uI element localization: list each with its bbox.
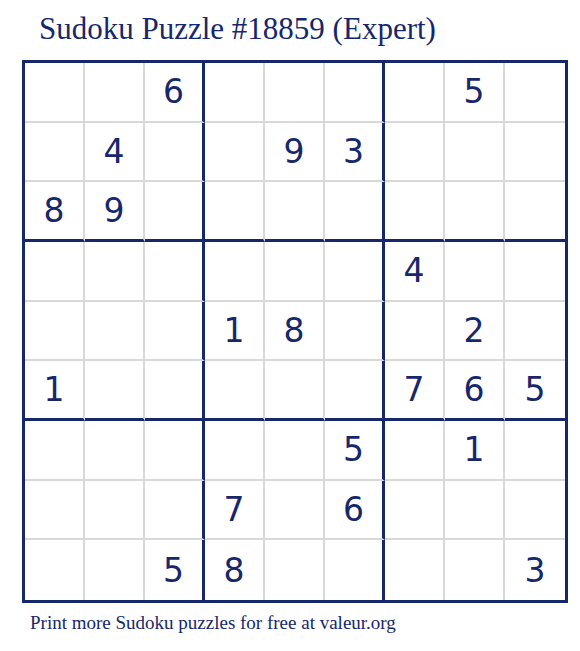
cell-r4c6[interactable] bbox=[325, 242, 385, 302]
cell-r7c5[interactable] bbox=[265, 421, 325, 481]
cell-r5c4[interactable]: 1 bbox=[205, 302, 265, 362]
cell-r5c5[interactable]: 8 bbox=[265, 302, 325, 362]
cell-r3c2[interactable]: 9 bbox=[85, 182, 145, 242]
cell-r2c3[interactable] bbox=[145, 123, 205, 183]
cell-r2c7[interactable] bbox=[385, 123, 445, 183]
cell-r6c9[interactable]: 5 bbox=[505, 361, 565, 421]
cell-r7c4[interactable] bbox=[205, 421, 265, 481]
cell-r6c5[interactable] bbox=[265, 361, 325, 421]
cell-r8c2[interactable] bbox=[85, 481, 145, 541]
cell-r7c7[interactable] bbox=[385, 421, 445, 481]
sudoku-board: 6549389418217655176583 bbox=[22, 60, 568, 603]
cell-r4c9[interactable] bbox=[505, 242, 565, 302]
cell-r7c1[interactable] bbox=[25, 421, 85, 481]
cell-r1c3[interactable]: 6 bbox=[145, 63, 205, 123]
cell-r4c2[interactable] bbox=[85, 242, 145, 302]
cell-r5c8[interactable]: 2 bbox=[445, 302, 505, 362]
cell-r4c1[interactable] bbox=[25, 242, 85, 302]
cell-r8c8[interactable] bbox=[445, 481, 505, 541]
cell-r2c1[interactable] bbox=[25, 123, 85, 183]
cell-r2c6[interactable]: 3 bbox=[325, 123, 385, 183]
footer-text: Print more Sudoku puzzles for free at va… bbox=[30, 612, 396, 634]
cell-r3c7[interactable] bbox=[385, 182, 445, 242]
cell-r5c3[interactable] bbox=[145, 302, 205, 362]
cell-r2c2[interactable]: 4 bbox=[85, 123, 145, 183]
cell-r9c1[interactable] bbox=[25, 540, 85, 600]
cell-r5c2[interactable] bbox=[85, 302, 145, 362]
cell-r8c6[interactable]: 6 bbox=[325, 481, 385, 541]
cell-r8c4[interactable]: 7 bbox=[205, 481, 265, 541]
cell-r9c8[interactable] bbox=[445, 540, 505, 600]
cell-r3c8[interactable] bbox=[445, 182, 505, 242]
page-title: Sudoku Puzzle #18859 (Expert) bbox=[39, 11, 436, 47]
cell-r2c4[interactable] bbox=[205, 123, 265, 183]
cell-r6c7[interactable]: 7 bbox=[385, 361, 445, 421]
cell-r3c1[interactable]: 8 bbox=[25, 182, 85, 242]
cell-r2c5[interactable]: 9 bbox=[265, 123, 325, 183]
cell-r1c8[interactable]: 5 bbox=[445, 63, 505, 123]
cell-r3c6[interactable] bbox=[325, 182, 385, 242]
cell-r8c1[interactable] bbox=[25, 481, 85, 541]
cell-r2c9[interactable] bbox=[505, 123, 565, 183]
cell-r9c6[interactable] bbox=[325, 540, 385, 600]
cell-r8c3[interactable] bbox=[145, 481, 205, 541]
cell-r3c3[interactable] bbox=[145, 182, 205, 242]
cell-r4c5[interactable] bbox=[265, 242, 325, 302]
cell-r1c1[interactable] bbox=[25, 63, 85, 123]
cell-r7c6[interactable]: 5 bbox=[325, 421, 385, 481]
cell-r8c5[interactable] bbox=[265, 481, 325, 541]
cell-r8c9[interactable] bbox=[505, 481, 565, 541]
cell-r9c2[interactable] bbox=[85, 540, 145, 600]
cell-r6c1[interactable]: 1 bbox=[25, 361, 85, 421]
cell-r8c7[interactable] bbox=[385, 481, 445, 541]
cell-r6c2[interactable] bbox=[85, 361, 145, 421]
cell-r6c3[interactable] bbox=[145, 361, 205, 421]
cell-r1c4[interactable] bbox=[205, 63, 265, 123]
cell-r7c9[interactable] bbox=[505, 421, 565, 481]
cell-r9c9[interactable]: 3 bbox=[505, 540, 565, 600]
cell-r5c7[interactable] bbox=[385, 302, 445, 362]
cell-r3c4[interactable] bbox=[205, 182, 265, 242]
cell-r1c7[interactable] bbox=[385, 63, 445, 123]
cell-r1c2[interactable] bbox=[85, 63, 145, 123]
cell-r4c8[interactable] bbox=[445, 242, 505, 302]
cell-r5c1[interactable] bbox=[25, 302, 85, 362]
cell-r9c4[interactable]: 8 bbox=[205, 540, 265, 600]
cell-r1c6[interactable] bbox=[325, 63, 385, 123]
cell-r6c6[interactable] bbox=[325, 361, 385, 421]
cell-r4c3[interactable] bbox=[145, 242, 205, 302]
cell-r2c8[interactable] bbox=[445, 123, 505, 183]
cell-r7c8[interactable]: 1 bbox=[445, 421, 505, 481]
cell-r7c3[interactable] bbox=[145, 421, 205, 481]
cell-r7c2[interactable] bbox=[85, 421, 145, 481]
cell-r6c4[interactable] bbox=[205, 361, 265, 421]
cell-r3c9[interactable] bbox=[505, 182, 565, 242]
cell-r5c6[interactable] bbox=[325, 302, 385, 362]
cell-r1c5[interactable] bbox=[265, 63, 325, 123]
cell-r9c5[interactable] bbox=[265, 540, 325, 600]
cell-r4c7[interactable]: 4 bbox=[385, 242, 445, 302]
cell-r9c7[interactable] bbox=[385, 540, 445, 600]
cell-r3c5[interactable] bbox=[265, 182, 325, 242]
cell-r9c3[interactable]: 5 bbox=[145, 540, 205, 600]
cell-r1c9[interactable] bbox=[505, 63, 565, 123]
cell-r6c8[interactable]: 6 bbox=[445, 361, 505, 421]
cell-r5c9[interactable] bbox=[505, 302, 565, 362]
cell-r4c4[interactable] bbox=[205, 242, 265, 302]
